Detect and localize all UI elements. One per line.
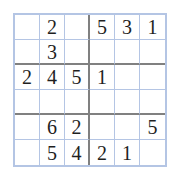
cell-r4c2[interactable]	[40, 90, 65, 115]
cell-r1c5[interactable]: 3	[115, 15, 140, 40]
cell-r3c5[interactable]	[115, 65, 140, 90]
cell-r4c1[interactable]	[15, 90, 40, 115]
cell-r2c3[interactable]	[65, 40, 90, 65]
cell-value: 2	[22, 67, 32, 87]
cell-value: 3	[47, 42, 57, 62]
cell-r5c2[interactable]: 6	[40, 115, 65, 140]
cell-value: 1	[148, 17, 158, 37]
cell-r5c5[interactable]	[115, 115, 140, 140]
cell-value: 2	[72, 117, 82, 137]
cell-r4c3[interactable]	[65, 90, 90, 115]
cell-value: 5	[97, 17, 107, 37]
cell-value: 2	[97, 143, 107, 163]
cell-r1c3[interactable]	[65, 15, 90, 40]
cell-r6c4[interactable]: 2	[90, 140, 115, 165]
cell-r2c2[interactable]: 3	[40, 40, 65, 65]
sudoku-board: 2531324516255421	[13, 13, 167, 167]
cell-r6c3[interactable]: 4	[65, 140, 90, 165]
cell-r6c1[interactable]	[15, 140, 40, 165]
cell-value: 1	[97, 67, 107, 87]
cell-r2c4[interactable]	[90, 40, 115, 65]
cell-value: 6	[47, 117, 57, 137]
cell-r5c6[interactable]: 5	[140, 115, 165, 140]
cell-value: 5	[148, 117, 158, 137]
cell-value: 1	[122, 143, 132, 163]
cell-value: 4	[72, 143, 82, 163]
cell-r6c2[interactable]: 5	[40, 140, 65, 165]
cell-r1c2[interactable]: 2	[40, 15, 65, 40]
cell-r3c4[interactable]: 1	[90, 65, 115, 90]
cell-r3c3[interactable]: 5	[65, 65, 90, 90]
cell-value: 2	[47, 17, 57, 37]
cell-value: 5	[72, 67, 82, 87]
cell-r5c1[interactable]	[15, 115, 40, 140]
cell-r1c6[interactable]: 1	[140, 15, 165, 40]
cell-value: 3	[122, 17, 132, 37]
cell-r4c6[interactable]	[140, 90, 165, 115]
cell-r3c6[interactable]	[140, 65, 165, 90]
cell-r2c5[interactable]	[115, 40, 140, 65]
cell-r5c4[interactable]	[90, 115, 115, 140]
cell-r3c2[interactable]: 4	[40, 65, 65, 90]
cell-r4c4[interactable]	[90, 90, 115, 115]
cell-r3c1[interactable]: 2	[15, 65, 40, 90]
cell-r2c1[interactable]	[15, 40, 40, 65]
cell-r1c4[interactable]: 5	[90, 15, 115, 40]
cell-r5c3[interactable]: 2	[65, 115, 90, 140]
cell-value: 4	[47, 67, 57, 87]
cell-r6c5[interactable]: 1	[115, 140, 140, 165]
cell-r6c6[interactable]	[140, 140, 165, 165]
cell-r1c1[interactable]	[15, 15, 40, 40]
cell-r4c5[interactable]	[115, 90, 140, 115]
cell-value: 5	[47, 143, 57, 163]
sudoku-page: 2531324516255421	[0, 0, 180, 180]
cell-r2c6[interactable]	[140, 40, 165, 65]
